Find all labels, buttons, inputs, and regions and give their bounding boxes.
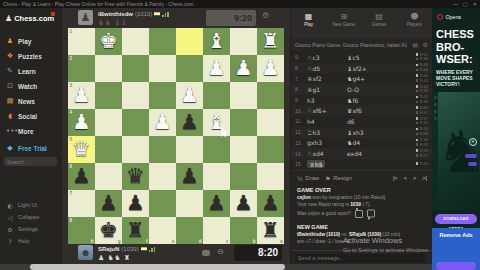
sidebar-item-label: Play [18, 38, 31, 45]
move-number: 10. [295, 108, 307, 114]
move-number: 15. [295, 161, 307, 167]
opera-ring-icon [437, 14, 443, 20]
rank-label-2: 2 [70, 56, 73, 61]
move-number: 11. [295, 118, 307, 124]
square-h5[interactable]: 5♛ [68, 136, 95, 163]
move-timestamps: 9:379:15 [416, 117, 428, 127]
move-black[interactable]: ♞f6 [347, 97, 387, 104]
piece-black-p-b7[interactable]: ♟ [230, 190, 257, 217]
sidebar-item-label: Social [18, 113, 37, 120]
square-e2[interactable] [149, 55, 176, 82]
move-white[interactable]: h4 [307, 118, 347, 125]
board-settings-gear-icon[interactable]: ⚙ [262, 11, 269, 20]
gear-icon[interactable]: ⚙ [423, 41, 428, 48]
game-over-header: GAME OVER [297, 187, 331, 193]
tab-games[interactable]: ▤Games [362, 8, 397, 38]
opening-bar: Giuoco Piano Game: Giuoco Pianissimo, It… [291, 38, 432, 50]
black-clock: 8:20 [234, 245, 282, 261]
sidebar-footer-light-ui[interactable]: ◐Light UI [6, 199, 37, 211]
piece-black-p-d6[interactable]: ♟ [176, 163, 203, 190]
piece-white-p-d3[interactable]: ♟ [176, 82, 203, 109]
square-e4[interactable]: ♟ [149, 109, 176, 136]
sidebar-item-label: More [18, 128, 34, 135]
ad-headline: CHESS BRO- WSER: [436, 28, 474, 66]
square-e5[interactable] [149, 136, 176, 163]
sidebar-footer-label: Help [18, 238, 29, 244]
square-a4[interactable] [257, 109, 284, 136]
play-icon: ♟ [6, 37, 14, 45]
move-timestamps: 9:489:44 [416, 63, 428, 73]
player-rating: (1039) [121, 246, 138, 252]
new-game-header: NEW GAME [297, 224, 328, 230]
tab-label: Games [362, 22, 397, 27]
move-number: 14. [295, 151, 307, 157]
download-opera-button[interactable]: DOWNLOAD OPERA [435, 214, 477, 224]
settings-icon: ⚙ [6, 226, 14, 233]
sidebar-item-label: News [18, 98, 35, 105]
opponent-player-info[interactable]: iBwinthisdw (1010) [98, 11, 169, 17]
square-b6[interactable] [230, 163, 257, 190]
tab-new-game[interactable]: ⊞New Game [326, 8, 361, 38]
connection-bars-icon [149, 247, 156, 252]
india-flag-icon [154, 12, 160, 17]
move-black[interactable]: ♞d4 [347, 139, 387, 146]
sidebar-item-label: Watch [18, 83, 37, 90]
piece-white-b-c1[interactable]: ♝ [203, 28, 230, 55]
activate-windows-watermark: Activate Windows [343, 236, 402, 245]
square-a6[interactable] [257, 163, 284, 190]
sidebar-footer-collapse[interactable]: ◁Collapse [6, 211, 39, 223]
piece-black-k-g8[interactable]: ♚ [95, 217, 122, 244]
nav-prev-button[interactable]: < [404, 175, 407, 181]
knight-art-icon: ♞ [436, 118, 480, 186]
resign-flag-icon: ⚑ [325, 175, 330, 182]
close-button[interactable]: ✕ [473, 1, 477, 7]
piece-black-p-h6[interactable]: ♟ [68, 163, 95, 190]
move-list: 5.♘c3♝c59:529:486.♘d5♝xf2+9:489:447.♔xf2… [291, 52, 432, 170]
puzzles-icon: ❖ [6, 52, 14, 60]
sidebar: ♟ Chess.com ♟Play❖Puzzles✎Learn⊡Watch▤Ne… [0, 8, 62, 270]
activate-windows-watermark-sub: Go to Settings to activate Windows. [343, 247, 430, 253]
piece-black-q-f6[interactable]: ♛ [122, 163, 149, 190]
sidebar-item-puzzles[interactable]: ❖Puzzles [6, 50, 42, 62]
square-g1[interactable]: ♚ [95, 28, 122, 55]
good-sport-question: Was cejlon a good sport? [297, 211, 351, 216]
ad-headline-line2: BRO- [436, 41, 474, 54]
new-game-tab-icon: ⊞ [326, 12, 361, 21]
square-b5[interactable] [230, 136, 257, 163]
notification-badge [51, 12, 55, 16]
square-d5[interactable] [176, 136, 203, 163]
india-flag-icon [141, 247, 147, 252]
square-a3[interactable] [257, 82, 284, 109]
move-black[interactable]: exd4 [347, 150, 387, 157]
square-g8[interactable]: g♚ [95, 217, 122, 244]
opera-brand-text: Opera [446, 14, 461, 20]
square-h7[interactable]: 7 [68, 190, 95, 217]
watch-icon: ⊡ [6, 82, 14, 90]
opponent-name: iBwinthisdw [98, 11, 133, 17]
sidebar-footer-label: Collapse [18, 214, 39, 220]
opera-logo: Opera [437, 14, 461, 20]
piece-white-p-b2[interactable]: ♟ [230, 55, 257, 82]
thumbs-down-icon[interactable] [367, 210, 375, 218]
move-timestamps: 9:409:31 [416, 106, 428, 116]
square-f4[interactable] [122, 109, 149, 136]
logo-text: Chess.com [14, 14, 54, 23]
move-black[interactable]: ♛xf6 [347, 107, 387, 114]
tab-play[interactable]: ▦Play [291, 8, 326, 38]
move-timestamps: 9:268:27 [416, 149, 428, 159]
square-b4[interactable] [230, 109, 257, 136]
player-info[interactable]: SRajuN (1039) [98, 246, 155, 252]
square-d8[interactable]: d [176, 217, 203, 244]
play-tab-icon: ▦ [291, 12, 326, 21]
square-g4[interactable] [95, 109, 122, 136]
square-a5[interactable] [257, 136, 284, 163]
scrollbar-thumb[interactable] [30, 264, 285, 270]
ad-ui-pill [465, 154, 477, 158]
move-row-6: 6.♘d5♝xf2+9:489:44 [291, 63, 432, 74]
square-g7[interactable]: ♟ [95, 190, 122, 217]
move-number: 8. [295, 86, 307, 92]
game-controls: ½ Draw ⚑ Resign |<<>>| [291, 170, 432, 185]
search-input[interactable] [4, 157, 57, 166]
player-name: SRajuN [98, 246, 119, 252]
game-over-result: cejlon won by resignation (10 min Rated) [297, 195, 385, 200]
square-f5[interactable] [122, 136, 149, 163]
piece-white-p-h3[interactable]: ♟ [68, 82, 95, 109]
move-white[interactable]: ♘xd4 [307, 150, 347, 157]
piece-black-r-f8[interactable]: ♜ [122, 217, 149, 244]
move-black[interactable]: ♞g4+ [347, 75, 387, 82]
move-timestamps: 9:20 [416, 162, 428, 167]
more-icon: ••• [6, 127, 14, 135]
learn-icon: ✎ [6, 67, 14, 75]
thumbs-up-icon[interactable] [355, 210, 363, 218]
rank-label-7: 7 [70, 191, 73, 196]
zoom-circle-icon[interactable]: ⊖ [217, 247, 224, 256]
move-black[interactable]: d6 [347, 118, 387, 125]
sidebar-item-label: Free Trial [18, 145, 47, 152]
resign-label: Resign [333, 175, 352, 181]
ad-subheadline: WHERE EVERY MOVE SHAPES VICTORY! [436, 69, 473, 88]
square-c1[interactable]: ♝ [203, 28, 230, 55]
sidebar-footer-settings[interactable]: ⚙Settings [6, 223, 38, 235]
square-c8[interactable]: c [203, 217, 230, 244]
remove-ads-link[interactable]: Remove Ads [432, 232, 480, 238]
move-row-9: 9.h3♞f69:429:35 [291, 95, 432, 106]
move-number: 5. [295, 54, 307, 60]
chat-bubble-icon[interactable] [202, 250, 210, 256]
move-timestamps: 9:429:35 [416, 95, 428, 105]
rating-update: Your new Rapid rating is 1039 (-7). [297, 202, 371, 207]
square-g3[interactable] [95, 82, 122, 109]
nav-first-button[interactable]: |< [393, 175, 398, 181]
square-b7[interactable]: ♟ [230, 190, 257, 217]
new-rating: 1039 [350, 202, 361, 207]
sidebar-item-free-trial[interactable]: ◆Free Trial [6, 142, 47, 154]
chesscom-logo[interactable]: ♟ Chess.com [5, 14, 54, 23]
news-icon: ▤ [6, 97, 14, 105]
square-h8[interactable]: 8h [68, 217, 95, 244]
square-g5[interactable] [95, 136, 122, 163]
square-d3[interactable]: ♟ [176, 82, 203, 109]
piece-white-r-a1[interactable]: ♜ [257, 28, 284, 55]
move-number: 6. [295, 65, 307, 71]
light-ui-icon: ◐ [6, 202, 14, 209]
square-f8[interactable]: f♜ [122, 217, 149, 244]
players-tab-icon: ☻ [397, 12, 432, 21]
piece-white-p-h4[interactable]: ♟ [68, 109, 95, 136]
file-label-h: h [91, 239, 94, 244]
square-g6[interactable] [95, 163, 122, 190]
square-c2[interactable]: ♟ [203, 55, 230, 82]
next-ad-button-sliver [436, 262, 476, 270]
help-icon: ? [6, 238, 14, 245]
square-c6[interactable] [203, 163, 230, 190]
square-f1[interactable] [122, 28, 149, 55]
ad-headline-line3: WSER: [436, 53, 474, 66]
collapse-icon: ◁ [6, 214, 14, 221]
ad-image: ♞ ✕ [432, 92, 480, 210]
square-a1[interactable]: ♜ [257, 28, 284, 55]
sidebar-footer-label: Settings [18, 226, 38, 232]
square-f2[interactable] [122, 55, 149, 82]
move-row-12: 12.♖h3♝xh39:338:58 [291, 127, 432, 138]
move-white[interactable]: ♘c3 [307, 54, 347, 61]
square-d6[interactable]: ♟ [176, 163, 203, 190]
square-d1[interactable] [176, 28, 203, 55]
draw-label: Draw [305, 175, 319, 181]
rank-label-1: 1 [70, 29, 73, 34]
opponent-rating: (1010) [135, 11, 152, 17]
nav-next-button[interactable]: > [413, 175, 416, 181]
sidebar-footer-help[interactable]: ?Help [6, 235, 29, 247]
move-row-7: 7.♔xf2♞g4+9:469:41 [291, 73, 432, 84]
rating-text-pre: Your new Rapid rating is [297, 202, 350, 207]
move-row-15: 15.♕h59:20 [291, 159, 432, 170]
player-avatar[interactable]: ☻ [78, 245, 93, 260]
captured-by-black: ♟ ♞♞ ♜ [98, 254, 131, 262]
white-player-label: iBwinthisdw (1010) [297, 232, 340, 237]
move-white[interactable]: ♖h3 [307, 129, 347, 136]
square-c5[interactable] [203, 136, 230, 163]
opponent-avatar[interactable]: ♟ [78, 10, 93, 25]
move-row-13: 13.gxh3♞d49:308:45 [291, 138, 432, 149]
piece-white-k-g1[interactable]: ♚ [95, 28, 122, 55]
square-e1[interactable] [149, 28, 176, 55]
move-white[interactable]: gxh3 [307, 139, 347, 146]
piece-black-p-c7[interactable]: ♟ [203, 190, 230, 217]
move-black[interactable]: ♝c5 [347, 54, 387, 61]
half-point-icon: ½ [297, 175, 303, 182]
good-sport-row: Was cejlon a good sport? [297, 210, 375, 218]
piece-black-r-a8[interactable]: ♜ [257, 217, 284, 244]
square-d7[interactable] [176, 190, 203, 217]
square-f3[interactable] [122, 82, 149, 109]
move-row-8: 8.♔g1O-O9:449:38 [291, 84, 432, 95]
sidebar-item-label: Puzzles [18, 53, 42, 60]
move-black[interactable]: ♝xh3 [347, 129, 387, 136]
social-icon: ◖ [6, 112, 14, 120]
move-white[interactable]: ♘xf6+ [307, 107, 347, 114]
move-number: 9. [295, 97, 307, 103]
piece-black-p-g7[interactable]: ♟ [95, 190, 122, 217]
piece-black-p-f7[interactable]: ♟ [122, 190, 149, 217]
resign-button[interactable]: ⚑ Resign [325, 175, 352, 182]
square-b1[interactable] [230, 28, 257, 55]
move-row-11: 11.h4d69:379:15 [291, 116, 432, 127]
move-timestamps: 9:469:41 [416, 74, 428, 84]
piece-white-p-e4[interactable]: ♟ [149, 109, 176, 136]
move-white[interactable]: ♔xf2 [307, 75, 347, 82]
move-row-10: 10.♘xf6+♛xf69:409:31 [291, 105, 432, 116]
square-a7[interactable]: ♟ [257, 190, 284, 217]
move-black[interactable]: ♝xf2+ [347, 65, 387, 72]
square-c7[interactable]: ♟ [203, 190, 230, 217]
move-row-14: 14.♘xd4exd49:268:27 [291, 148, 432, 159]
connection-bars-icon [162, 12, 169, 17]
file-label-d: d [199, 239, 202, 244]
opening-name: Giuoco Piano Game: Giuoco Pianissimo, It… [295, 42, 407, 48]
tab-label: Play [291, 22, 326, 27]
sidebar-item-label: Learn [18, 68, 36, 75]
piece-white-p-c2[interactable]: ♟ [203, 55, 230, 82]
piece-black-p-d4[interactable]: ♟ [176, 109, 203, 136]
window-title: Chess - Play & Learn - Play Chess Online… [3, 1, 193, 7]
file-label-b: b [253, 239, 256, 244]
square-h2[interactable]: 2 [68, 55, 95, 82]
sidebar-item-learn[interactable]: ✎Learn [6, 65, 36, 77]
sidebar-item-news[interactable]: ▤News [6, 95, 35, 107]
rating-text-post: (-7). [361, 202, 371, 207]
games-tab-icon: ▤ [362, 12, 397, 21]
ad-headline-line1: CHESS [436, 28, 474, 41]
horizontal-scrollbar [0, 264, 432, 270]
logo-pawn-icon: ♟ [5, 14, 12, 23]
move-black[interactable]: O-O [347, 86, 387, 93]
move-white[interactable]: ♘d5 [307, 65, 347, 72]
sidebar-item-play[interactable]: ♟Play [6, 35, 31, 47]
draw-button[interactable]: ½ Draw [297, 175, 319, 182]
square-e8[interactable]: e [149, 217, 176, 244]
piece-white-p-a2[interactable]: ♟ [257, 55, 284, 82]
result-text: won by resignation (10 min Rated) [311, 195, 385, 200]
white-clock: 9:20 [206, 10, 256, 26]
move-number: 13. [295, 140, 307, 146]
move-number: 7. [295, 76, 307, 82]
archive-icon[interactable]: ▤ [412, 41, 418, 48]
square-b3[interactable] [230, 82, 257, 109]
move-white[interactable]: ♔g1 [307, 86, 347, 93]
sidebar-item-social[interactable]: ◖Social [6, 110, 37, 122]
tab-players[interactable]: ☻Players [397, 8, 432, 38]
square-a2[interactable]: ♟ [257, 55, 284, 82]
free-trial-icon: ◆ [6, 144, 14, 152]
ad-circle-icon: ✕ [469, 138, 477, 146]
chat-input[interactable] [295, 254, 425, 263]
square-d2[interactable] [176, 55, 203, 82]
tab-label: Players [397, 22, 432, 27]
game-area: ♟ iBwinthisdw (1010) ♞♞ ♝♝ 9:20 ⚙ 1♚♝♜2♟… [62, 8, 290, 264]
move-timestamps: 9:449:38 [416, 85, 428, 95]
minimize-button[interactable]: — [453, 1, 458, 7]
piece-black-p-a7[interactable]: ♟ [257, 190, 284, 217]
sidebar-item-more[interactable]: •••More [6, 125, 34, 137]
square-d4[interactable]: ♟ [176, 109, 203, 136]
square-h3[interactable]: 3♟ [68, 82, 95, 109]
previous-opponent-name: cejlon [297, 195, 311, 200]
rating-odds: win +7 / draw -1 / lose -9 [297, 239, 349, 244]
move-row-5: 5.♘c3♝c59:529:48 [291, 52, 432, 63]
square-e6[interactable] [149, 163, 176, 190]
piece-white-q-h5[interactable]: ♛ [68, 136, 95, 163]
square-f6[interactable]: ♛ [122, 163, 149, 190]
move-timestamps: 9:529:48 [416, 53, 428, 63]
maximize-button[interactable]: ▢ [463, 1, 468, 7]
file-label-c: c [226, 239, 229, 244]
square-h4[interactable]: 4♟ [68, 109, 95, 136]
move-timestamps: 9:308:45 [416, 138, 428, 148]
sidebar-item-watch[interactable]: ⊡Watch [6, 80, 37, 92]
square-b2[interactable]: ♟ [230, 55, 257, 82]
chess-board: 1♚♝♜2♟♟♟3♟♟4♟♟♟♝5♛6♟♛♟7♟♟♟♟♟8hg♚f♜edcba♜ [68, 28, 284, 244]
ad-ui-pill [468, 162, 477, 166]
square-a8[interactable]: a♜ [257, 217, 284, 244]
square-b8[interactable]: b [230, 217, 257, 244]
game-panel: ▦Play⊞New Game▤Games☻Players Giuoco Pian… [290, 8, 432, 264]
square-g2[interactable] [95, 55, 122, 82]
window-title-bar: Chess - Play & Learn - Play Chess Online… [0, 0, 480, 8]
square-h1[interactable]: 1 [68, 28, 95, 55]
tab-label: New Game [326, 22, 361, 27]
rank-label-8: 8 [70, 218, 73, 223]
opera-ad[interactable]: Opera CHESS BRO- WSER: WHERE EVERY MOVE … [432, 8, 480, 270]
captured-by-white: ♞♞ ♝♝ [98, 19, 128, 27]
nav-last-button[interactable]: >| [422, 175, 427, 181]
square-f7[interactable]: ♟ [122, 190, 149, 217]
square-e7[interactable] [149, 190, 176, 217]
square-h6[interactable]: 6♟ [68, 163, 95, 190]
panel-tabs: ▦Play⊞New Game▤Games☻Players [291, 8, 432, 39]
sidebar-footer-label: Light UI [18, 202, 37, 208]
app-window: Chess - Play & Learn - Play Chess Online… [0, 0, 480, 270]
file-label-e: e [172, 239, 175, 244]
move-number: 12. [295, 129, 307, 135]
move-navigation: |<<>>| [393, 175, 427, 181]
move-white[interactable]: ♕h5 [307, 161, 347, 168]
square-c3[interactable] [203, 82, 230, 109]
move-timestamps: 9:338:58 [416, 127, 428, 137]
square-e3[interactable] [149, 82, 176, 109]
move-white[interactable]: h3 [307, 97, 347, 104]
